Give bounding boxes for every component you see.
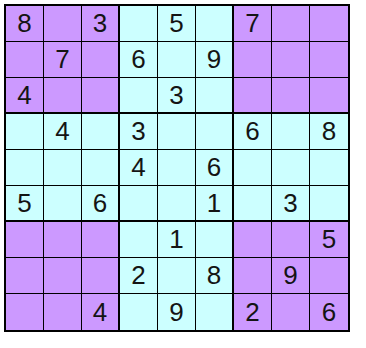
sudoku-cell-r9c5[interactable]: 9 [158, 294, 196, 330]
sudoku-cell-r2c6[interactable]: 9 [196, 42, 234, 78]
sudoku-cell-r9c6[interactable] [196, 294, 234, 330]
sudoku-cell-r7c4[interactable] [120, 222, 158, 258]
sudoku-cell-r4c5[interactable] [158, 114, 196, 150]
sudoku-cell-r6c6[interactable]: 1 [196, 186, 234, 222]
sudoku-cell-r3c2[interactable] [44, 78, 82, 114]
sudoku-cell-r7c6[interactable] [196, 222, 234, 258]
sudoku-cell-r7c1[interactable] [6, 222, 44, 258]
sudoku-cell-r1c6[interactable] [196, 6, 234, 42]
sudoku-cell-r6c7[interactable] [234, 186, 272, 222]
sudoku-cell-r1c5[interactable]: 5 [158, 6, 196, 42]
sudoku-page: 8357769434368465613152894926 [0, 0, 366, 348]
sudoku-cell-r2c2[interactable]: 7 [44, 42, 82, 78]
sudoku-cell-r3c6[interactable] [196, 78, 234, 114]
sudoku-cell-r6c9[interactable] [310, 186, 348, 222]
sudoku-cell-r9c9[interactable]: 6 [310, 294, 348, 330]
sudoku-cell-r3c7[interactable] [234, 78, 272, 114]
sudoku-cell-r8c3[interactable] [82, 258, 120, 294]
sudoku-cell-r4c9[interactable]: 8 [310, 114, 348, 150]
sudoku-cell-r8c8[interactable]: 9 [272, 258, 310, 294]
sudoku-cell-r8c2[interactable] [44, 258, 82, 294]
sudoku-cell-r5c3[interactable] [82, 150, 120, 186]
sudoku-cell-r2c3[interactable] [82, 42, 120, 78]
sudoku-cell-r8c6[interactable]: 8 [196, 258, 234, 294]
sudoku-cell-r1c4[interactable] [120, 6, 158, 42]
sudoku-cell-r5c7[interactable] [234, 150, 272, 186]
sudoku-cell-r9c7[interactable]: 2 [234, 294, 272, 330]
sudoku-cell-r8c7[interactable] [234, 258, 272, 294]
sudoku-cell-r7c7[interactable] [234, 222, 272, 258]
sudoku-cell-r1c7[interactable]: 7 [234, 6, 272, 42]
sudoku-cell-r3c9[interactable] [310, 78, 348, 114]
sudoku-cell-r3c8[interactable] [272, 78, 310, 114]
sudoku-cell-r6c1[interactable]: 5 [6, 186, 44, 222]
sudoku-cell-r4c6[interactable] [196, 114, 234, 150]
sudoku-cell-r8c4[interactable]: 2 [120, 258, 158, 294]
sudoku-cell-r4c1[interactable] [6, 114, 44, 150]
sudoku-cell-r1c2[interactable] [44, 6, 82, 42]
sudoku-cell-r5c2[interactable] [44, 150, 82, 186]
sudoku-cell-r5c4[interactable]: 4 [120, 150, 158, 186]
sudoku-cell-r1c3[interactable]: 3 [82, 6, 120, 42]
sudoku-cell-r1c9[interactable] [310, 6, 348, 42]
sudoku-cell-r5c5[interactable] [158, 150, 196, 186]
sudoku-cell-r9c4[interactable] [120, 294, 158, 330]
sudoku-cell-r9c3[interactable]: 4 [82, 294, 120, 330]
sudoku-cell-r9c8[interactable] [272, 294, 310, 330]
sudoku-cell-r2c4[interactable]: 6 [120, 42, 158, 78]
sudoku-cell-r5c9[interactable] [310, 150, 348, 186]
sudoku-cell-r6c4[interactable] [120, 186, 158, 222]
sudoku-board: 8357769434368465613152894926 [4, 4, 350, 332]
sudoku-cell-r2c8[interactable] [272, 42, 310, 78]
sudoku-cell-r7c9[interactable]: 5 [310, 222, 348, 258]
sudoku-cell-r3c5[interactable]: 3 [158, 78, 196, 114]
sudoku-cell-r4c3[interactable] [82, 114, 120, 150]
sudoku-cell-r4c7[interactable]: 6 [234, 114, 272, 150]
sudoku-cell-r5c6[interactable]: 6 [196, 150, 234, 186]
sudoku-cell-r2c9[interactable] [310, 42, 348, 78]
sudoku-cell-r3c1[interactable]: 4 [6, 78, 44, 114]
sudoku-cell-r7c3[interactable] [82, 222, 120, 258]
sudoku-cell-r6c2[interactable] [44, 186, 82, 222]
sudoku-cell-r1c1[interactable]: 8 [6, 6, 44, 42]
sudoku-cell-r5c8[interactable] [272, 150, 310, 186]
sudoku-cell-r7c8[interactable] [272, 222, 310, 258]
sudoku-cell-r5c1[interactable] [6, 150, 44, 186]
sudoku-cell-r4c4[interactable]: 3 [120, 114, 158, 150]
sudoku-cell-r4c2[interactable]: 4 [44, 114, 82, 150]
sudoku-cell-r7c2[interactable] [44, 222, 82, 258]
sudoku-cell-r6c3[interactable]: 6 [82, 186, 120, 222]
sudoku-cell-r6c8[interactable]: 3 [272, 186, 310, 222]
sudoku-cell-r4c8[interactable] [272, 114, 310, 150]
sudoku-cell-r3c3[interactable] [82, 78, 120, 114]
sudoku-cell-r3c4[interactable] [120, 78, 158, 114]
sudoku-cell-r9c1[interactable] [6, 294, 44, 330]
sudoku-cell-r2c7[interactable] [234, 42, 272, 78]
sudoku-cell-r7c5[interactable]: 1 [158, 222, 196, 258]
sudoku-cell-r8c1[interactable] [6, 258, 44, 294]
sudoku-cell-r6c5[interactable] [158, 186, 196, 222]
sudoku-cell-r8c9[interactable] [310, 258, 348, 294]
sudoku-cell-r1c8[interactable] [272, 6, 310, 42]
sudoku-cell-r2c1[interactable] [6, 42, 44, 78]
sudoku-cell-r8c5[interactable] [158, 258, 196, 294]
sudoku-cell-r2c5[interactable] [158, 42, 196, 78]
sudoku-cell-r9c2[interactable] [44, 294, 82, 330]
